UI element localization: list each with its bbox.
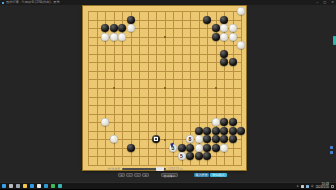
black-stone [237,127,245,135]
white-stone [220,144,228,152]
white-stone [195,144,203,152]
file-explorer-icon[interactable] [23,184,27,188]
study-mode-button[interactable]: 研究模式 [210,173,227,178]
grid-line [88,156,242,157]
black-stone [186,152,194,160]
progress-label: 棋谱进度 [108,167,120,171]
chrome-browser-icon[interactable] [37,184,41,188]
move-number-label: 8 [186,135,194,143]
white-stone [229,33,237,41]
white-stone [118,33,126,41]
black-stone [229,118,237,126]
white-stone [220,33,228,41]
desktop: 围棋打谱 - 对局研究 (19路棋盘) - 黑先 – ▢ ✕ 835 棋谱进度 … [0,0,336,189]
black-stone [220,127,228,135]
black-stone [186,144,194,152]
side-panel-icon[interactable] [330,151,333,154]
star-point [164,36,166,38]
grid-line [88,105,242,106]
start-icon[interactable] [2,184,6,188]
white-stone [212,118,220,126]
black-stone [101,24,109,32]
autoplay-button[interactable]: 自动播放 [161,173,178,178]
black-stone [229,135,237,143]
next-move-button[interactable]: › [134,173,141,178]
black-stone [203,135,211,143]
first-move-button[interactable]: « [118,173,125,178]
white-stone: 8 [186,135,194,143]
go-board[interactable]: 835 [83,6,246,170]
white-stone [110,33,118,41]
white-stone [229,24,237,32]
star-point [215,87,217,89]
green-app-icon[interactable] [51,184,55,188]
black-stone [127,16,135,24]
white-stone [220,24,228,32]
side-panel-icon[interactable] [330,146,333,149]
white-stone [195,135,203,143]
black-stone [220,58,228,66]
teal-app-icon[interactable] [58,184,62,188]
star-point [164,139,166,141]
black-stone [203,16,211,24]
volume-icon[interactable] [306,185,309,188]
control-buttons-row: « ‹ › » 自动播放 载入棋谱 研究模式 [0,172,336,178]
notification-center-icon[interactable] [331,185,334,188]
white-stone [101,33,109,41]
white-stone: 5 [178,152,186,160]
black-stone [212,24,220,32]
move-number-label: 5 [178,152,186,160]
edge-browser-icon[interactable] [30,184,34,188]
black-stone [195,152,203,160]
black-stone [203,127,211,135]
app-main-area: 835 [0,5,336,171]
black-stone [110,24,118,32]
black-stone [220,135,228,143]
search-icon[interactable] [9,184,13,188]
black-stone [127,144,135,152]
star-point [113,87,115,89]
white-stone [110,135,118,143]
black-stone [229,58,237,66]
white-stone [101,118,109,126]
system-tray: ∧ 中 10:43 2024/5/20 [296,183,334,190]
windows-taskbar: ∧ 中 10:43 2024/5/20 [0,182,336,189]
code-editor-icon[interactable] [44,184,48,188]
last-move-button[interactable]: » [142,173,149,178]
tray-expand-icon[interactable]: ∧ [296,183,298,190]
grid-line [88,114,242,115]
progress-value: 178/178 手 [168,167,183,171]
task-view-icon[interactable] [16,184,20,188]
white-stone [237,7,245,15]
taskbar-clock[interactable]: 10:43 2024/5/20 [316,183,329,189]
black-stone [203,152,211,160]
black-stone [220,16,228,24]
prev-move-button[interactable]: ‹ [126,173,133,178]
last-move-marker [154,137,158,141]
black-stone [212,144,220,152]
black-stone [118,24,126,32]
black-stone [229,127,237,135]
network-icon[interactable] [301,185,304,188]
grid-line [241,11,242,166]
white-stone [237,41,245,49]
taskbar-icons [2,184,62,188]
app-icon [2,2,4,4]
black-stone [212,33,220,41]
load-record-button[interactable]: 载入棋谱 [194,173,209,178]
black-stone [195,127,203,135]
language-indicator[interactable]: 中 [311,183,314,190]
clock-date: 2024/5/20 [316,186,329,189]
black-stone [220,118,228,126]
black-stone [220,50,228,58]
grid-line [88,97,242,98]
move-progress-row: 棋谱进度 178/178 手 [108,167,238,172]
grid-line [182,11,183,166]
black-stone [212,135,220,143]
black-stone [178,144,186,152]
star-point [164,87,166,89]
white-stone [127,24,135,32]
progress-slider-handle[interactable] [156,167,164,171]
black-stone [212,127,220,135]
black-stone [152,135,160,143]
progress-slider[interactable] [122,168,166,170]
black-stone [203,144,211,152]
